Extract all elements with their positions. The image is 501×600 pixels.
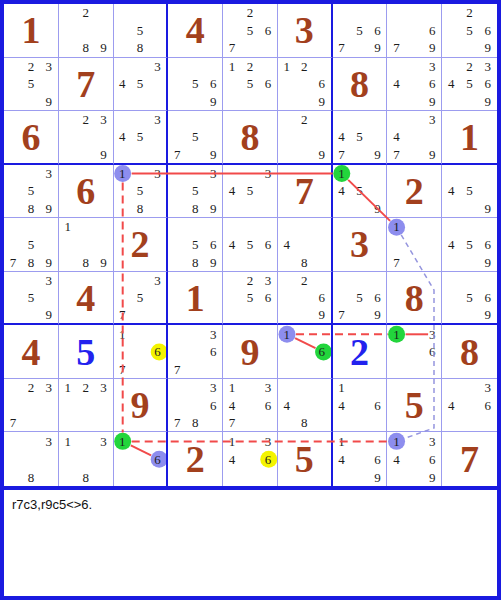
given-value: 6 bbox=[4, 111, 58, 163]
candidate-5[interactable]: 5 bbox=[22, 236, 40, 254]
candidate-4[interactable]: 4 bbox=[333, 396, 351, 414]
candidate-3[interactable]: 3 bbox=[423, 432, 441, 450]
cell-r2c4[interactable]: 569 bbox=[168, 58, 223, 112]
candidate-3[interactable]: 3 bbox=[40, 379, 58, 397]
cell-r1c1[interactable]: 1 bbox=[4, 4, 59, 58]
candidate-5[interactable]: 5 bbox=[460, 289, 478, 306]
candidate-6[interactable]: 6 bbox=[149, 343, 167, 361]
cell-r2c7[interactable]: 8 bbox=[333, 58, 388, 112]
candidate-grid: 13469 bbox=[387, 432, 441, 486]
candidate-9[interactable]: 9 bbox=[369, 200, 387, 218]
sudoku-window: 1289584256735679679256923597345569125612… bbox=[0, 0, 501, 600]
candidate-5[interactable]: 5 bbox=[186, 236, 204, 254]
given-value: 9 bbox=[114, 379, 167, 432]
candidate-6[interactable]: 6 bbox=[259, 289, 277, 306]
candidate-7[interactable]: 7 bbox=[114, 306, 132, 323]
candidate-8[interactable]: 8 bbox=[131, 200, 149, 218]
cell-r1c7[interactable]: 5679 bbox=[333, 4, 388, 58]
candidate-3[interactable]: 3 bbox=[479, 58, 497, 76]
cell-r1c6[interactable]: 3 bbox=[278, 4, 333, 58]
candidate-7[interactable]: 7 bbox=[333, 39, 351, 57]
candidate-3[interactable]: 3 bbox=[423, 325, 441, 343]
candidate-5[interactable]: 5 bbox=[22, 289, 40, 306]
candidate-4[interactable]: 4 bbox=[333, 450, 351, 468]
candidate-3[interactable]: 3 bbox=[259, 432, 277, 450]
candidate-1[interactable]: 1 bbox=[278, 58, 296, 76]
candidate-1[interactable]: 1 bbox=[59, 432, 77, 450]
cell-r9c1[interactable]: 38 bbox=[4, 432, 59, 486]
cell-r6c1[interactable]: 359 bbox=[4, 272, 59, 326]
candidate-8[interactable]: 8 bbox=[186, 253, 204, 271]
candidate-3[interactable]: 3 bbox=[40, 432, 58, 450]
candidate-2[interactable]: 2 bbox=[295, 272, 313, 289]
cell-r3c1[interactable]: 6 bbox=[4, 111, 59, 165]
candidate-7[interactable]: 7 bbox=[333, 306, 351, 323]
candidate-9[interactable]: 9 bbox=[40, 200, 58, 218]
candidate-1[interactable]: 1 bbox=[114, 165, 132, 183]
candidate-grid: 5689 bbox=[168, 218, 222, 271]
candidate-5[interactable]: 5 bbox=[241, 236, 259, 254]
candidate-9[interactable]: 9 bbox=[204, 93, 222, 111]
candidate-grid: 234569 bbox=[442, 58, 497, 111]
candidate-3[interactable]: 3 bbox=[423, 111, 441, 128]
candidate-4[interactable]: 4 bbox=[387, 75, 405, 93]
candidate-9[interactable]: 9 bbox=[313, 145, 331, 162]
cell-r8c6[interactable]: 48 bbox=[278, 379, 333, 433]
solved-value: 2 bbox=[333, 325, 387, 378]
candidate-4[interactable]: 4 bbox=[114, 128, 132, 145]
cell-r1c4[interactable]: 4 bbox=[168, 4, 223, 58]
candidate-4[interactable]: 4 bbox=[442, 236, 460, 254]
candidate-5[interactable]: 5 bbox=[460, 182, 478, 200]
candidate-1[interactable]: 1 bbox=[223, 58, 241, 76]
cell-r3c4[interactable]: 579 bbox=[168, 111, 223, 165]
candidate-1[interactable]: 1 bbox=[223, 379, 241, 397]
cell-r1c5[interactable]: 2567 bbox=[223, 4, 278, 58]
candidate-grid: 48 bbox=[278, 218, 331, 271]
candidate-9[interactable]: 9 bbox=[40, 306, 58, 323]
candidate-9[interactable]: 9 bbox=[479, 306, 497, 323]
candidate-3[interactable]: 3 bbox=[204, 325, 222, 343]
candidate-5[interactable]: 5 bbox=[241, 182, 259, 200]
cell-r9c8[interactable]: 13469 bbox=[387, 432, 442, 486]
candidate-5[interactable]: 5 bbox=[131, 75, 149, 93]
cell-r3c8[interactable]: 3479 bbox=[387, 111, 442, 165]
candidate-5[interactable]: 5 bbox=[460, 22, 478, 40]
cell-r4c2[interactable]: 6 bbox=[59, 165, 114, 219]
cell-r8c8[interactable]: 5 bbox=[387, 379, 442, 433]
candidate-3[interactable]: 3 bbox=[40, 58, 58, 76]
candidate-8[interactable]: 8 bbox=[186, 414, 204, 432]
candidate-5[interactable]: 5 bbox=[351, 128, 369, 145]
candidate-5[interactable]: 5 bbox=[22, 75, 40, 93]
candidate-6[interactable]: 6 bbox=[204, 236, 222, 254]
candidate-9[interactable]: 9 bbox=[423, 93, 441, 111]
given-value: 3 bbox=[333, 218, 387, 271]
candidate-3[interactable]: 3 bbox=[479, 379, 497, 397]
candidate-9[interactable]: 9 bbox=[40, 253, 58, 271]
given-value: 4 bbox=[168, 4, 222, 57]
cell-r5c6[interactable]: 48 bbox=[278, 218, 333, 272]
candidate-6[interactable]: 6 bbox=[369, 396, 387, 414]
candidate-4[interactable]: 4 bbox=[387, 450, 405, 468]
candidate-2[interactable]: 2 bbox=[295, 58, 313, 76]
cell-r7c1[interactable]: 4 bbox=[4, 325, 59, 379]
candidate-5[interactable]: 5 bbox=[241, 22, 259, 40]
candidate-1[interactable]: 1 bbox=[59, 379, 77, 397]
cell-r5c3[interactable]: 2 bbox=[114, 218, 169, 272]
candidate-8[interactable]: 8 bbox=[295, 253, 313, 271]
cell-r2c9[interactable]: 234569 bbox=[442, 58, 497, 112]
candidate-3[interactable]: 3 bbox=[40, 272, 58, 289]
candidate-8[interactable]: 8 bbox=[77, 253, 95, 271]
cell-r7c2[interactable]: 5 bbox=[59, 325, 114, 379]
candidate-6[interactable]: 6 bbox=[423, 22, 441, 40]
candidate-6[interactable]: 6 bbox=[149, 450, 167, 468]
candidate-1[interactable]: 1 bbox=[333, 379, 351, 397]
cell-r5c5[interactable]: 456 bbox=[223, 218, 278, 272]
candidate-grid: 1469 bbox=[333, 432, 387, 486]
cell-r5c7[interactable]: 3 bbox=[333, 218, 388, 272]
candidate-9[interactable]: 9 bbox=[95, 253, 113, 271]
candidate-6[interactable]: 6 bbox=[479, 75, 497, 93]
cell-r5c4[interactable]: 5689 bbox=[168, 218, 223, 272]
cell-r4c4[interactable]: 3589 bbox=[168, 165, 223, 219]
cell-r9c9[interactable]: 7 bbox=[442, 432, 497, 486]
candidate-5[interactable]: 5 bbox=[131, 128, 149, 145]
candidate-6[interactable]: 6 bbox=[423, 75, 441, 93]
candidate-grid: 346 bbox=[442, 379, 497, 432]
cell-r8c7[interactable]: 146 bbox=[333, 379, 388, 433]
candidate-2[interactable]: 2 bbox=[241, 4, 259, 22]
candidate-grid: 3678 bbox=[168, 379, 222, 432]
cell-r6c6[interactable]: 269 bbox=[278, 272, 333, 326]
candidate-3[interactable]: 3 bbox=[259, 272, 277, 289]
cell-r5c2[interactable]: 189 bbox=[59, 218, 114, 272]
cell-r1c2[interactable]: 289 bbox=[59, 4, 114, 58]
candidate-6[interactable]: 6 bbox=[204, 343, 222, 361]
candidate-6[interactable]: 6 bbox=[369, 22, 387, 40]
candidate-9[interactable]: 9 bbox=[204, 200, 222, 218]
candidate-9[interactable]: 9 bbox=[479, 200, 497, 218]
candidate-5[interactable]: 5 bbox=[186, 128, 204, 145]
candidate-3[interactable]: 3 bbox=[423, 58, 441, 76]
candidate-1[interactable]: 1 bbox=[387, 218, 405, 236]
cell-r4c7[interactable]: 1459 bbox=[333, 165, 388, 219]
cell-r6c8[interactable]: 8 bbox=[387, 272, 442, 326]
cell-r9c2[interactable]: 138 bbox=[59, 432, 114, 486]
candidate-3[interactable]: 3 bbox=[259, 165, 277, 183]
cell-r2c6[interactable]: 1269 bbox=[278, 58, 333, 112]
candidate-7[interactable]: 7 bbox=[168, 145, 186, 162]
candidate-4[interactable]: 4 bbox=[223, 450, 241, 468]
candidate-6[interactable]: 6 bbox=[204, 75, 222, 93]
candidate-grid: 456 bbox=[223, 218, 277, 271]
candidate-8[interactable]: 8 bbox=[295, 414, 313, 432]
candidate-3[interactable]: 3 bbox=[40, 165, 58, 183]
cell-r4c6[interactable]: 7 bbox=[278, 165, 333, 219]
candidate-7[interactable]: 7 bbox=[4, 253, 22, 271]
cell-r7c9[interactable]: 8 bbox=[442, 325, 497, 379]
candidate-1[interactable]: 1 bbox=[278, 325, 296, 343]
candidate-1[interactable]: 1 bbox=[333, 165, 351, 183]
candidate-7[interactable]: 7 bbox=[168, 360, 186, 378]
candidate-1[interactable]: 1 bbox=[333, 432, 351, 450]
candidate-9[interactable]: 9 bbox=[369, 145, 387, 162]
cell-r6c7[interactable]: 5679 bbox=[333, 272, 388, 326]
solved-value: 5 bbox=[59, 325, 113, 378]
cell-r3c3[interactable]: 345 bbox=[114, 111, 169, 165]
candidate-7[interactable]: 7 bbox=[168, 414, 186, 432]
cell-r8c3[interactable]: 9 bbox=[114, 379, 169, 433]
candidate-5[interactable]: 5 bbox=[460, 236, 478, 254]
candidate-5[interactable]: 5 bbox=[351, 289, 369, 306]
candidate-3[interactable]: 3 bbox=[95, 379, 113, 397]
cell-r5c9[interactable]: 4569 bbox=[442, 218, 497, 272]
cell-r8c2[interactable]: 123 bbox=[59, 379, 114, 433]
candidate-4[interactable]: 4 bbox=[333, 182, 351, 200]
cell-r6c5[interactable]: 2356 bbox=[223, 272, 278, 326]
given-value: 8 bbox=[333, 58, 387, 111]
candidate-7[interactable]: 7 bbox=[4, 414, 22, 432]
cell-r7c5[interactable]: 9 bbox=[223, 325, 278, 379]
candidate-6[interactable]: 6 bbox=[313, 289, 331, 306]
candidate-6[interactable]: 6 bbox=[259, 236, 277, 254]
cell-r8c9[interactable]: 346 bbox=[442, 379, 497, 433]
cell-r4c8[interactable]: 2 bbox=[387, 165, 442, 219]
candidate-6[interactable]: 6 bbox=[259, 450, 277, 468]
cell-r4c5[interactable]: 345 bbox=[223, 165, 278, 219]
cell-r9c6[interactable]: 5 bbox=[278, 432, 333, 486]
cell-r6c3[interactable]: 357 bbox=[114, 272, 169, 326]
candidate-7[interactable]: 7 bbox=[387, 253, 405, 271]
given-value: 5 bbox=[278, 432, 331, 486]
given-value: 7 bbox=[442, 432, 497, 486]
candidate-5[interactable]: 5 bbox=[351, 22, 369, 40]
candidate-grid: 146 bbox=[333, 379, 387, 432]
candidate-6[interactable]: 6 bbox=[479, 289, 497, 306]
candidate-3[interactable]: 3 bbox=[95, 432, 113, 450]
cell-r4c9[interactable]: 459 bbox=[442, 165, 497, 219]
candidate-7[interactable]: 7 bbox=[114, 360, 132, 378]
candidate-1[interactable]: 1 bbox=[114, 325, 132, 343]
candidate-2[interactable]: 2 bbox=[295, 111, 313, 128]
cell-r7c7[interactable]: 2 bbox=[333, 325, 388, 379]
candidate-9[interactable]: 9 bbox=[479, 39, 497, 57]
candidate-9[interactable]: 9 bbox=[423, 39, 441, 57]
candidate-8[interactable]: 8 bbox=[77, 468, 95, 486]
candidate-5[interactable]: 5 bbox=[241, 75, 259, 93]
candidate-grid: 189 bbox=[59, 218, 113, 271]
candidate-7[interactable]: 7 bbox=[333, 145, 351, 162]
candidate-5[interactable]: 5 bbox=[241, 289, 259, 306]
candidate-6[interactable]: 6 bbox=[369, 289, 387, 306]
candidate-4[interactable]: 4 bbox=[114, 75, 132, 93]
candidate-4[interactable]: 4 bbox=[223, 396, 241, 414]
candidate-4[interactable]: 4 bbox=[442, 75, 460, 93]
candidate-grid: 3469 bbox=[387, 58, 441, 111]
candidate-grid: 359 bbox=[4, 272, 58, 324]
candidate-4[interactable]: 4 bbox=[442, 396, 460, 414]
candidate-9[interactable]: 9 bbox=[479, 253, 497, 271]
candidate-7[interactable]: 7 bbox=[223, 39, 241, 57]
candidate-2[interactable]: 2 bbox=[460, 4, 478, 22]
candidate-grid: 5679 bbox=[333, 272, 387, 324]
candidate-9[interactable]: 9 bbox=[95, 39, 113, 57]
cell-r6c4[interactable]: 1 bbox=[168, 272, 223, 326]
cell-r2c3[interactable]: 345 bbox=[114, 58, 169, 112]
candidate-3[interactable]: 3 bbox=[259, 379, 277, 397]
candidate-6[interactable]: 6 bbox=[479, 22, 497, 40]
candidate-2[interactable]: 2 bbox=[77, 4, 95, 22]
candidate-6[interactable]: 6 bbox=[204, 396, 222, 414]
candidate-9[interactable]: 9 bbox=[313, 306, 331, 323]
candidate-2[interactable]: 2 bbox=[241, 58, 259, 76]
candidate-6[interactable]: 6 bbox=[369, 450, 387, 468]
cell-r5c8[interactable]: 17 bbox=[387, 218, 442, 272]
cell-r1c9[interactable]: 2569 bbox=[442, 4, 497, 58]
candidate-5[interactable]: 5 bbox=[351, 182, 369, 200]
given-value: 8 bbox=[387, 272, 441, 324]
cell-r7c8[interactable]: 136 bbox=[387, 325, 442, 379]
candidate-1[interactable]: 1 bbox=[387, 325, 405, 343]
candidate-5[interactable]: 5 bbox=[186, 75, 204, 93]
cell-r6c2[interactable]: 4 bbox=[59, 272, 114, 326]
candidate-9[interactable]: 9 bbox=[95, 145, 113, 162]
candidate-3[interactable]: 3 bbox=[149, 111, 167, 128]
cell-r2c8[interactable]: 3469 bbox=[387, 58, 442, 112]
candidate-1[interactable]: 1 bbox=[114, 432, 132, 450]
candidate-3[interactable]: 3 bbox=[204, 165, 222, 183]
cell-r4c1[interactable]: 3589 bbox=[4, 165, 59, 219]
cell-r2c2[interactable]: 7 bbox=[59, 58, 114, 112]
candidate-9[interactable]: 9 bbox=[479, 93, 497, 111]
candidate-5[interactable]: 5 bbox=[131, 289, 149, 306]
candidate-3[interactable]: 3 bbox=[149, 272, 167, 289]
cell-r8c4[interactable]: 3678 bbox=[168, 379, 223, 433]
candidate-9[interactable]: 9 bbox=[369, 39, 387, 57]
cell-r2c5[interactable]: 1256 bbox=[223, 58, 278, 112]
candidate-8[interactable]: 8 bbox=[131, 39, 149, 57]
candidate-2[interactable]: 2 bbox=[77, 111, 95, 128]
candidate-5[interactable]: 5 bbox=[131, 182, 149, 200]
candidate-1[interactable]: 1 bbox=[387, 432, 405, 450]
candidate-2[interactable]: 2 bbox=[22, 379, 40, 397]
candidate-4[interactable]: 4 bbox=[442, 182, 460, 200]
candidate-4[interactable]: 4 bbox=[333, 128, 351, 145]
candidate-9[interactable]: 9 bbox=[369, 468, 387, 486]
candidate-grid: 5679 bbox=[333, 4, 387, 57]
candidate-5[interactable]: 5 bbox=[186, 182, 204, 200]
candidate-grid: 2567 bbox=[223, 4, 277, 57]
candidate-1[interactable]: 1 bbox=[59, 218, 77, 236]
candidate-grid: 16 bbox=[114, 432, 167, 486]
cell-r3c7[interactable]: 4579 bbox=[333, 111, 388, 165]
cell-r7c4[interactable]: 367 bbox=[168, 325, 223, 379]
candidate-3[interactable]: 3 bbox=[95, 111, 113, 128]
candidate-8[interactable]: 8 bbox=[22, 468, 40, 486]
candidate-9[interactable]: 9 bbox=[423, 145, 441, 162]
candidate-8[interactable]: 8 bbox=[22, 200, 40, 218]
candidate-grid: 5789 bbox=[4, 218, 58, 271]
candidate-9[interactable]: 9 bbox=[40, 93, 58, 111]
candidate-5[interactable]: 5 bbox=[460, 75, 478, 93]
cell-r7c3[interactable]: 167 bbox=[114, 325, 169, 379]
candidate-6[interactable]: 6 bbox=[259, 22, 277, 40]
cell-r7c6[interactable]: 16 bbox=[278, 325, 333, 379]
candidate-2[interactable]: 2 bbox=[460, 58, 478, 76]
candidate-8[interactable]: 8 bbox=[22, 253, 40, 271]
cell-r3c6[interactable]: 29 bbox=[278, 111, 333, 165]
candidate-9[interactable]: 9 bbox=[204, 145, 222, 162]
candidate-grid: 367 bbox=[168, 325, 222, 378]
candidate-grid: 2359 bbox=[4, 58, 58, 111]
candidate-6[interactable]: 6 bbox=[313, 343, 331, 361]
cell-r8c5[interactable]: 13467 bbox=[223, 379, 278, 433]
candidate-3[interactable]: 3 bbox=[149, 165, 167, 183]
cell-r9c4[interactable]: 2 bbox=[168, 432, 223, 486]
candidate-5[interactable]: 5 bbox=[22, 182, 40, 200]
candidate-2[interactable]: 2 bbox=[241, 272, 259, 289]
candidate-7[interactable]: 7 bbox=[387, 39, 405, 57]
candidate-6[interactable]: 6 bbox=[423, 343, 441, 361]
candidate-grid: 569 bbox=[168, 58, 222, 111]
candidate-2[interactable]: 2 bbox=[22, 58, 40, 76]
candidate-7[interactable]: 7 bbox=[387, 145, 405, 162]
cell-r9c7[interactable]: 1469 bbox=[333, 432, 388, 486]
candidate-grid: 16 bbox=[278, 325, 331, 378]
candidate-4[interactable]: 4 bbox=[223, 236, 241, 254]
candidate-2[interactable]: 2 bbox=[77, 379, 95, 397]
candidate-1[interactable]: 1 bbox=[223, 432, 241, 450]
candidate-8[interactable]: 8 bbox=[186, 200, 204, 218]
cell-r5c1[interactable]: 5789 bbox=[4, 218, 59, 272]
candidate-8[interactable]: 8 bbox=[77, 39, 95, 57]
candidate-6[interactable]: 6 bbox=[259, 75, 277, 93]
candidate-9[interactable]: 9 bbox=[313, 93, 331, 111]
candidate-6[interactable]: 6 bbox=[479, 396, 497, 414]
cell-r4c3[interactable]: 1358 bbox=[114, 165, 169, 219]
cell-r6c9[interactable]: 569 bbox=[442, 272, 497, 326]
cell-r9c3[interactable]: 16 bbox=[114, 432, 169, 486]
candidate-grid: 1346 bbox=[223, 432, 277, 486]
cell-r2c1[interactable]: 2359 bbox=[4, 58, 59, 112]
candidate-6[interactable]: 6 bbox=[313, 75, 331, 93]
cell-r3c5[interactable]: 8 bbox=[223, 111, 278, 165]
candidate-4[interactable]: 4 bbox=[387, 128, 405, 145]
candidate-4[interactable]: 4 bbox=[278, 236, 296, 254]
cell-r9c5[interactable]: 1346 bbox=[223, 432, 278, 486]
candidate-3[interactable]: 3 bbox=[149, 58, 167, 76]
candidate-9[interactable]: 9 bbox=[369, 306, 387, 323]
cell-r3c2[interactable]: 239 bbox=[59, 111, 114, 165]
candidate-4[interactable]: 4 bbox=[278, 396, 296, 414]
candidate-7[interactable]: 7 bbox=[223, 414, 241, 432]
candidate-6[interactable]: 6 bbox=[479, 236, 497, 254]
candidate-3[interactable]: 3 bbox=[204, 379, 222, 397]
cell-r3c9[interactable]: 1 bbox=[442, 111, 497, 165]
cell-r8c1[interactable]: 237 bbox=[4, 379, 59, 433]
candidate-5[interactable]: 5 bbox=[131, 22, 149, 40]
candidate-9[interactable]: 9 bbox=[423, 468, 441, 486]
candidate-9[interactable]: 9 bbox=[204, 253, 222, 271]
cell-r1c3[interactable]: 58 bbox=[114, 4, 169, 58]
candidate-grid: 1269 bbox=[278, 58, 331, 111]
candidate-6[interactable]: 6 bbox=[423, 450, 441, 468]
cell-r1c8[interactable]: 679 bbox=[387, 4, 442, 58]
candidate-6[interactable]: 6 bbox=[259, 396, 277, 414]
candidate-4[interactable]: 4 bbox=[223, 182, 241, 200]
